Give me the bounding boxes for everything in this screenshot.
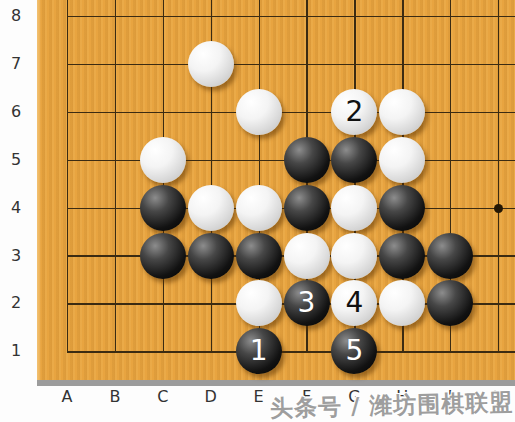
move-number-2: 2 (345, 89, 363, 135)
stone-g3-white[interactable] (331, 233, 377, 279)
col-label-c: C (151, 388, 175, 406)
col-label-a: A (55, 388, 79, 406)
stone-f3-white[interactable] (284, 233, 330, 279)
stone-f4-black[interactable] (284, 185, 330, 231)
board-left-edge (37, 0, 41, 380)
stone-d7-white[interactable] (188, 41, 234, 87)
stone-j3-black[interactable] (427, 233, 473, 279)
stone-c5-white[interactable] (140, 137, 186, 183)
stone-e6-white[interactable] (236, 89, 282, 135)
col-label-d: D (199, 388, 223, 406)
row-label-6: 6 (3, 102, 29, 122)
stone-g4-white[interactable] (331, 185, 377, 231)
row-label-3: 3 (3, 246, 29, 266)
col-label-e: E (247, 388, 271, 406)
stone-f5-black[interactable] (284, 137, 330, 183)
row-label-4: 4 (3, 198, 29, 218)
stone-e3-black[interactable] (236, 233, 282, 279)
move-number-4: 4 (345, 280, 363, 326)
go-diagram: 8 7 6 5 4 3 2 1 A B C D E F G H J K 2341… (0, 0, 515, 422)
stone-g5-black[interactable] (331, 137, 377, 183)
watermark: 头条号 / 潍坊围棋联盟 (269, 387, 513, 422)
move-number-5: 5 (345, 328, 363, 374)
stone-h4-black[interactable] (379, 185, 425, 231)
row-label-7: 7 (3, 54, 29, 74)
stone-e1-black[interactable]: 1 (236, 328, 282, 374)
stone-c4-black[interactable] (140, 185, 186, 231)
row-label-8: 8 (3, 6, 29, 26)
star-point-k4 (494, 204, 503, 213)
stone-f2-black[interactable]: 3 (284, 280, 330, 326)
stone-h6-white[interactable] (379, 89, 425, 135)
move-number-3: 3 (298, 280, 316, 326)
stone-h3-black[interactable] (379, 233, 425, 279)
row-label-2: 2 (3, 293, 29, 313)
stone-g6-white[interactable]: 2 (331, 89, 377, 135)
stone-c3-black[interactable] (140, 233, 186, 279)
row-label-1: 1 (3, 341, 29, 361)
stone-d4-white[interactable] (188, 185, 234, 231)
stone-e2-white[interactable] (236, 280, 282, 326)
stone-e4-white[interactable] (236, 185, 282, 231)
col-label-b: B (103, 388, 127, 406)
stone-h5-white[interactable] (379, 137, 425, 183)
board-edge-shadow (37, 380, 515, 386)
move-number-1: 1 (250, 328, 268, 374)
stone-d3-black[interactable] (188, 233, 234, 279)
row-label-5: 5 (3, 150, 29, 170)
